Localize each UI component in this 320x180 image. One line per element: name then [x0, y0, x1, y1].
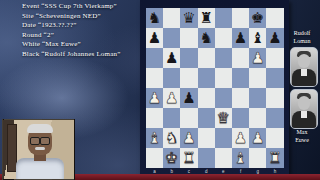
square-g6: ♟ — [249, 48, 266, 68]
square-g3 — [249, 108, 266, 128]
square-h8 — [266, 8, 283, 28]
white-rook-h1: ♜ — [266, 148, 283, 168]
black-bishop-g7: ♝ — [249, 28, 266, 48]
file-label-g: g — [249, 169, 266, 174]
square-g4 — [249, 88, 266, 108]
square-h2 — [266, 128, 283, 148]
pgn-overlay: Event “SSS Cup 7th Vierkamp” Site “Schev… — [22, 2, 121, 60]
square-e7 — [215, 28, 232, 48]
white-pawn-c2: ♟ — [180, 128, 197, 148]
square-h4 — [266, 88, 283, 108]
white-king-b1: ♚ — [163, 148, 180, 168]
square-b2: ♞ — [163, 128, 180, 148]
square-b1: ♚ — [163, 148, 180, 168]
file-label-b: b — [163, 169, 180, 174]
square-e5 — [215, 68, 232, 88]
pgn-line-site: Site “Scheveningen NED” — [22, 12, 121, 22]
white-pawn-g2: ♟ — [249, 128, 266, 148]
square-f8 — [232, 8, 249, 28]
square-a1 — [146, 148, 163, 168]
file-label-d: d — [198, 169, 215, 174]
square-e8 — [215, 8, 232, 28]
black-player-label: Rudolf Loman — [286, 30, 318, 45]
square-c4: ♟ — [180, 88, 197, 108]
black-player-portrait — [290, 47, 318, 87]
square-c7 — [180, 28, 197, 48]
square-h6 — [266, 48, 283, 68]
square-d3 — [198, 108, 215, 128]
white-pawn-a4: ♟ — [146, 88, 163, 108]
square-c6 — [180, 48, 197, 68]
black-knight-a8: ♞ — [146, 8, 163, 28]
commentator-hair — [27, 124, 53, 133]
square-e3: ♛ — [215, 108, 232, 128]
white-knight-b2: ♞ — [163, 128, 180, 148]
square-g8: ♚ — [249, 8, 266, 28]
square-b8 — [163, 8, 180, 28]
black-pawn-f7: ♟ — [232, 28, 249, 48]
video-frame: Event “SSS Cup 7th Vierkamp” Site “Schev… — [0, 0, 320, 180]
square-a4: ♟ — [146, 88, 163, 108]
square-f4 — [232, 88, 249, 108]
square-f2: ♟ — [232, 128, 249, 148]
square-d2 — [198, 128, 215, 148]
square-d4 — [198, 88, 215, 108]
square-h3 — [266, 108, 283, 128]
pgn-line-date: Date “1923.??.??” — [22, 21, 121, 31]
white-player-portrait — [290, 89, 318, 129]
square-g1 — [249, 148, 266, 168]
square-f1: ♝ — [232, 148, 249, 168]
square-d6 — [198, 48, 215, 68]
commentator-shirt — [16, 158, 64, 180]
square-d8: ♜ — [198, 8, 215, 28]
square-c2: ♟ — [180, 128, 197, 148]
square-f5 — [232, 68, 249, 88]
commentator-mustache — [35, 147, 45, 150]
square-g5 — [249, 68, 266, 88]
commentator-webcam — [2, 119, 75, 180]
square-f6 — [232, 48, 249, 68]
white-rook-c1: ♜ — [180, 148, 197, 168]
square-g7: ♝ — [249, 28, 266, 48]
pgn-line-white: White “Max Euwe” — [22, 40, 121, 50]
white-bishop-a2: ♝ — [146, 128, 163, 148]
square-a6 — [146, 48, 163, 68]
white-queen-e3: ♛ — [215, 108, 232, 128]
pgn-line-round: Round “2” — [22, 31, 121, 41]
black-pawn-c4: ♟ — [180, 88, 197, 108]
white-bishop-f1: ♝ — [232, 148, 249, 168]
square-b5 — [163, 68, 180, 88]
square-d1 — [198, 148, 215, 168]
black-king-g8: ♚ — [249, 8, 266, 28]
glasses-icon — [30, 137, 50, 143]
square-a3 — [146, 108, 163, 128]
black-rook-d8: ♜ — [198, 8, 215, 28]
square-c3 — [180, 108, 197, 128]
file-label-a: a — [146, 169, 163, 174]
square-h7: ♟ — [266, 28, 283, 48]
square-a8: ♞ — [146, 8, 163, 28]
white-pawn-f2: ♟ — [232, 128, 249, 148]
square-f3 — [232, 108, 249, 128]
square-c1: ♜ — [180, 148, 197, 168]
square-a7: ♟ — [146, 28, 163, 48]
file-label-f: f — [232, 169, 249, 174]
file-coordinates: abcdefgh — [146, 169, 284, 174]
chess-board: ♞♛♜♚♟♞♟♝♟♟♟♟♟♟♛♝♞♟♟♟♚♜♝♜ abcdefgh — [140, 0, 289, 174]
square-e1 — [215, 148, 232, 168]
square-a5 — [146, 68, 163, 88]
file-label-c: c — [180, 169, 197, 174]
square-b4: ♟ — [163, 88, 180, 108]
black-queen-c8: ♛ — [180, 8, 197, 28]
black-pawn-b6: ♟ — [163, 48, 180, 68]
square-b3 — [163, 108, 180, 128]
square-d5 — [198, 68, 215, 88]
square-e2 — [215, 128, 232, 148]
square-g2: ♟ — [249, 128, 266, 148]
black-pawn-h7: ♟ — [266, 28, 283, 48]
square-b7 — [163, 28, 180, 48]
pgn-line-black: Black “Rudolf Johannes Loman” — [22, 50, 121, 60]
file-label-h: h — [266, 169, 283, 174]
square-c8: ♛ — [180, 8, 197, 28]
white-pawn-g6: ♟ — [249, 48, 266, 68]
square-d7: ♞ — [198, 28, 215, 48]
file-label-e: e — [215, 169, 232, 174]
square-c5 — [180, 68, 197, 88]
white-player-label: Max Euwe — [286, 129, 318, 144]
white-pawn-b4: ♟ — [163, 88, 180, 108]
square-e4 — [215, 88, 232, 108]
square-h5 — [266, 68, 283, 88]
pgn-line-event: Event “SSS Cup 7th Vierkamp” — [22, 2, 121, 12]
square-f7: ♟ — [232, 28, 249, 48]
square-h1: ♜ — [266, 148, 283, 168]
square-e6 — [215, 48, 232, 68]
black-knight-d7: ♞ — [198, 28, 215, 48]
square-a2: ♝ — [146, 128, 163, 148]
square-b6: ♟ — [163, 48, 180, 68]
black-pawn-a7: ♟ — [146, 28, 163, 48]
board-grid: ♞♛♜♚♟♞♟♝♟♟♟♟♟♟♛♝♞♟♟♟♚♜♝♜ — [146, 8, 284, 168]
